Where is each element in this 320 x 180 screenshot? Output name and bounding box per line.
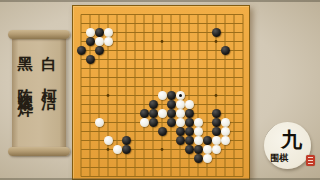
channel-logo: 九 围棋 xyxy=(263,120,315,175)
white-player-name: 白 柯洁 xyxy=(41,44,56,148)
white-stone xyxy=(176,109,185,118)
star-point xyxy=(161,40,164,43)
white-stone xyxy=(221,118,230,127)
black-stone xyxy=(212,28,221,37)
white-stone xyxy=(212,145,221,154)
scroll-top-roll xyxy=(8,30,70,39)
star-point xyxy=(215,40,218,43)
white-stone xyxy=(113,145,122,154)
star-point xyxy=(107,148,110,151)
black-stone xyxy=(185,109,194,118)
white-stone xyxy=(86,28,95,37)
logo-sub-characters: 围棋 xyxy=(270,152,288,165)
black-stone xyxy=(194,154,203,163)
black-stone xyxy=(185,145,194,154)
black-stone xyxy=(86,37,95,46)
white-stone xyxy=(104,136,113,145)
white-stone xyxy=(221,127,230,136)
black-stone xyxy=(149,118,158,127)
black-stone xyxy=(185,118,194,127)
black-stone xyxy=(122,136,131,145)
black-stone xyxy=(194,145,203,154)
star-point xyxy=(107,94,110,97)
star-point xyxy=(215,94,218,97)
white-stone xyxy=(140,118,149,127)
black-stone xyxy=(158,127,167,136)
black-stone xyxy=(140,109,149,118)
black-stone xyxy=(77,46,86,55)
last-move-marker xyxy=(179,94,182,97)
video-frame: 白 柯洁 黑 陈耀烨 九 围棋 xyxy=(0,0,320,180)
black-stone xyxy=(122,145,131,154)
black-stone xyxy=(212,118,221,127)
white-stone xyxy=(104,37,113,46)
black-stone xyxy=(167,100,176,109)
black-stone xyxy=(185,136,194,145)
black-stone xyxy=(167,118,176,127)
white-stone xyxy=(203,154,212,163)
black-stone xyxy=(185,127,194,136)
white-stone xyxy=(104,28,113,37)
white-stone xyxy=(221,136,230,145)
white-stone xyxy=(203,145,212,154)
black-stone xyxy=(212,109,221,118)
black-player-name: 黑 陈耀烨 xyxy=(17,44,32,152)
white-stone xyxy=(194,118,203,127)
black-stone xyxy=(176,127,185,136)
white-stone xyxy=(95,118,104,127)
logo-red-seal-icon xyxy=(306,155,315,166)
black-stone xyxy=(221,46,230,55)
white-stone xyxy=(176,91,185,100)
logo-disc: 九 围棋 xyxy=(264,122,311,169)
black-stone xyxy=(176,136,185,145)
black-stone xyxy=(95,28,104,37)
logo-main-character: 九 xyxy=(281,126,302,154)
white-stone xyxy=(185,100,194,109)
white-stone xyxy=(194,127,203,136)
white-stone xyxy=(212,136,221,145)
black-stone xyxy=(203,136,212,145)
white-stone xyxy=(176,118,185,127)
star-point xyxy=(161,148,164,151)
white-stone xyxy=(158,91,167,100)
black-stone xyxy=(167,91,176,100)
black-stone xyxy=(149,100,158,109)
black-stone xyxy=(212,127,221,136)
black-stone xyxy=(149,109,158,118)
white-stone xyxy=(95,37,104,46)
white-stone xyxy=(176,100,185,109)
black-stone xyxy=(86,55,95,64)
player-scroll: 白 柯洁 黑 陈耀烨 xyxy=(8,28,70,158)
black-stone xyxy=(95,46,104,55)
go-board xyxy=(72,5,250,180)
white-stone xyxy=(158,109,167,118)
white-stone xyxy=(194,136,203,145)
black-stone xyxy=(167,109,176,118)
